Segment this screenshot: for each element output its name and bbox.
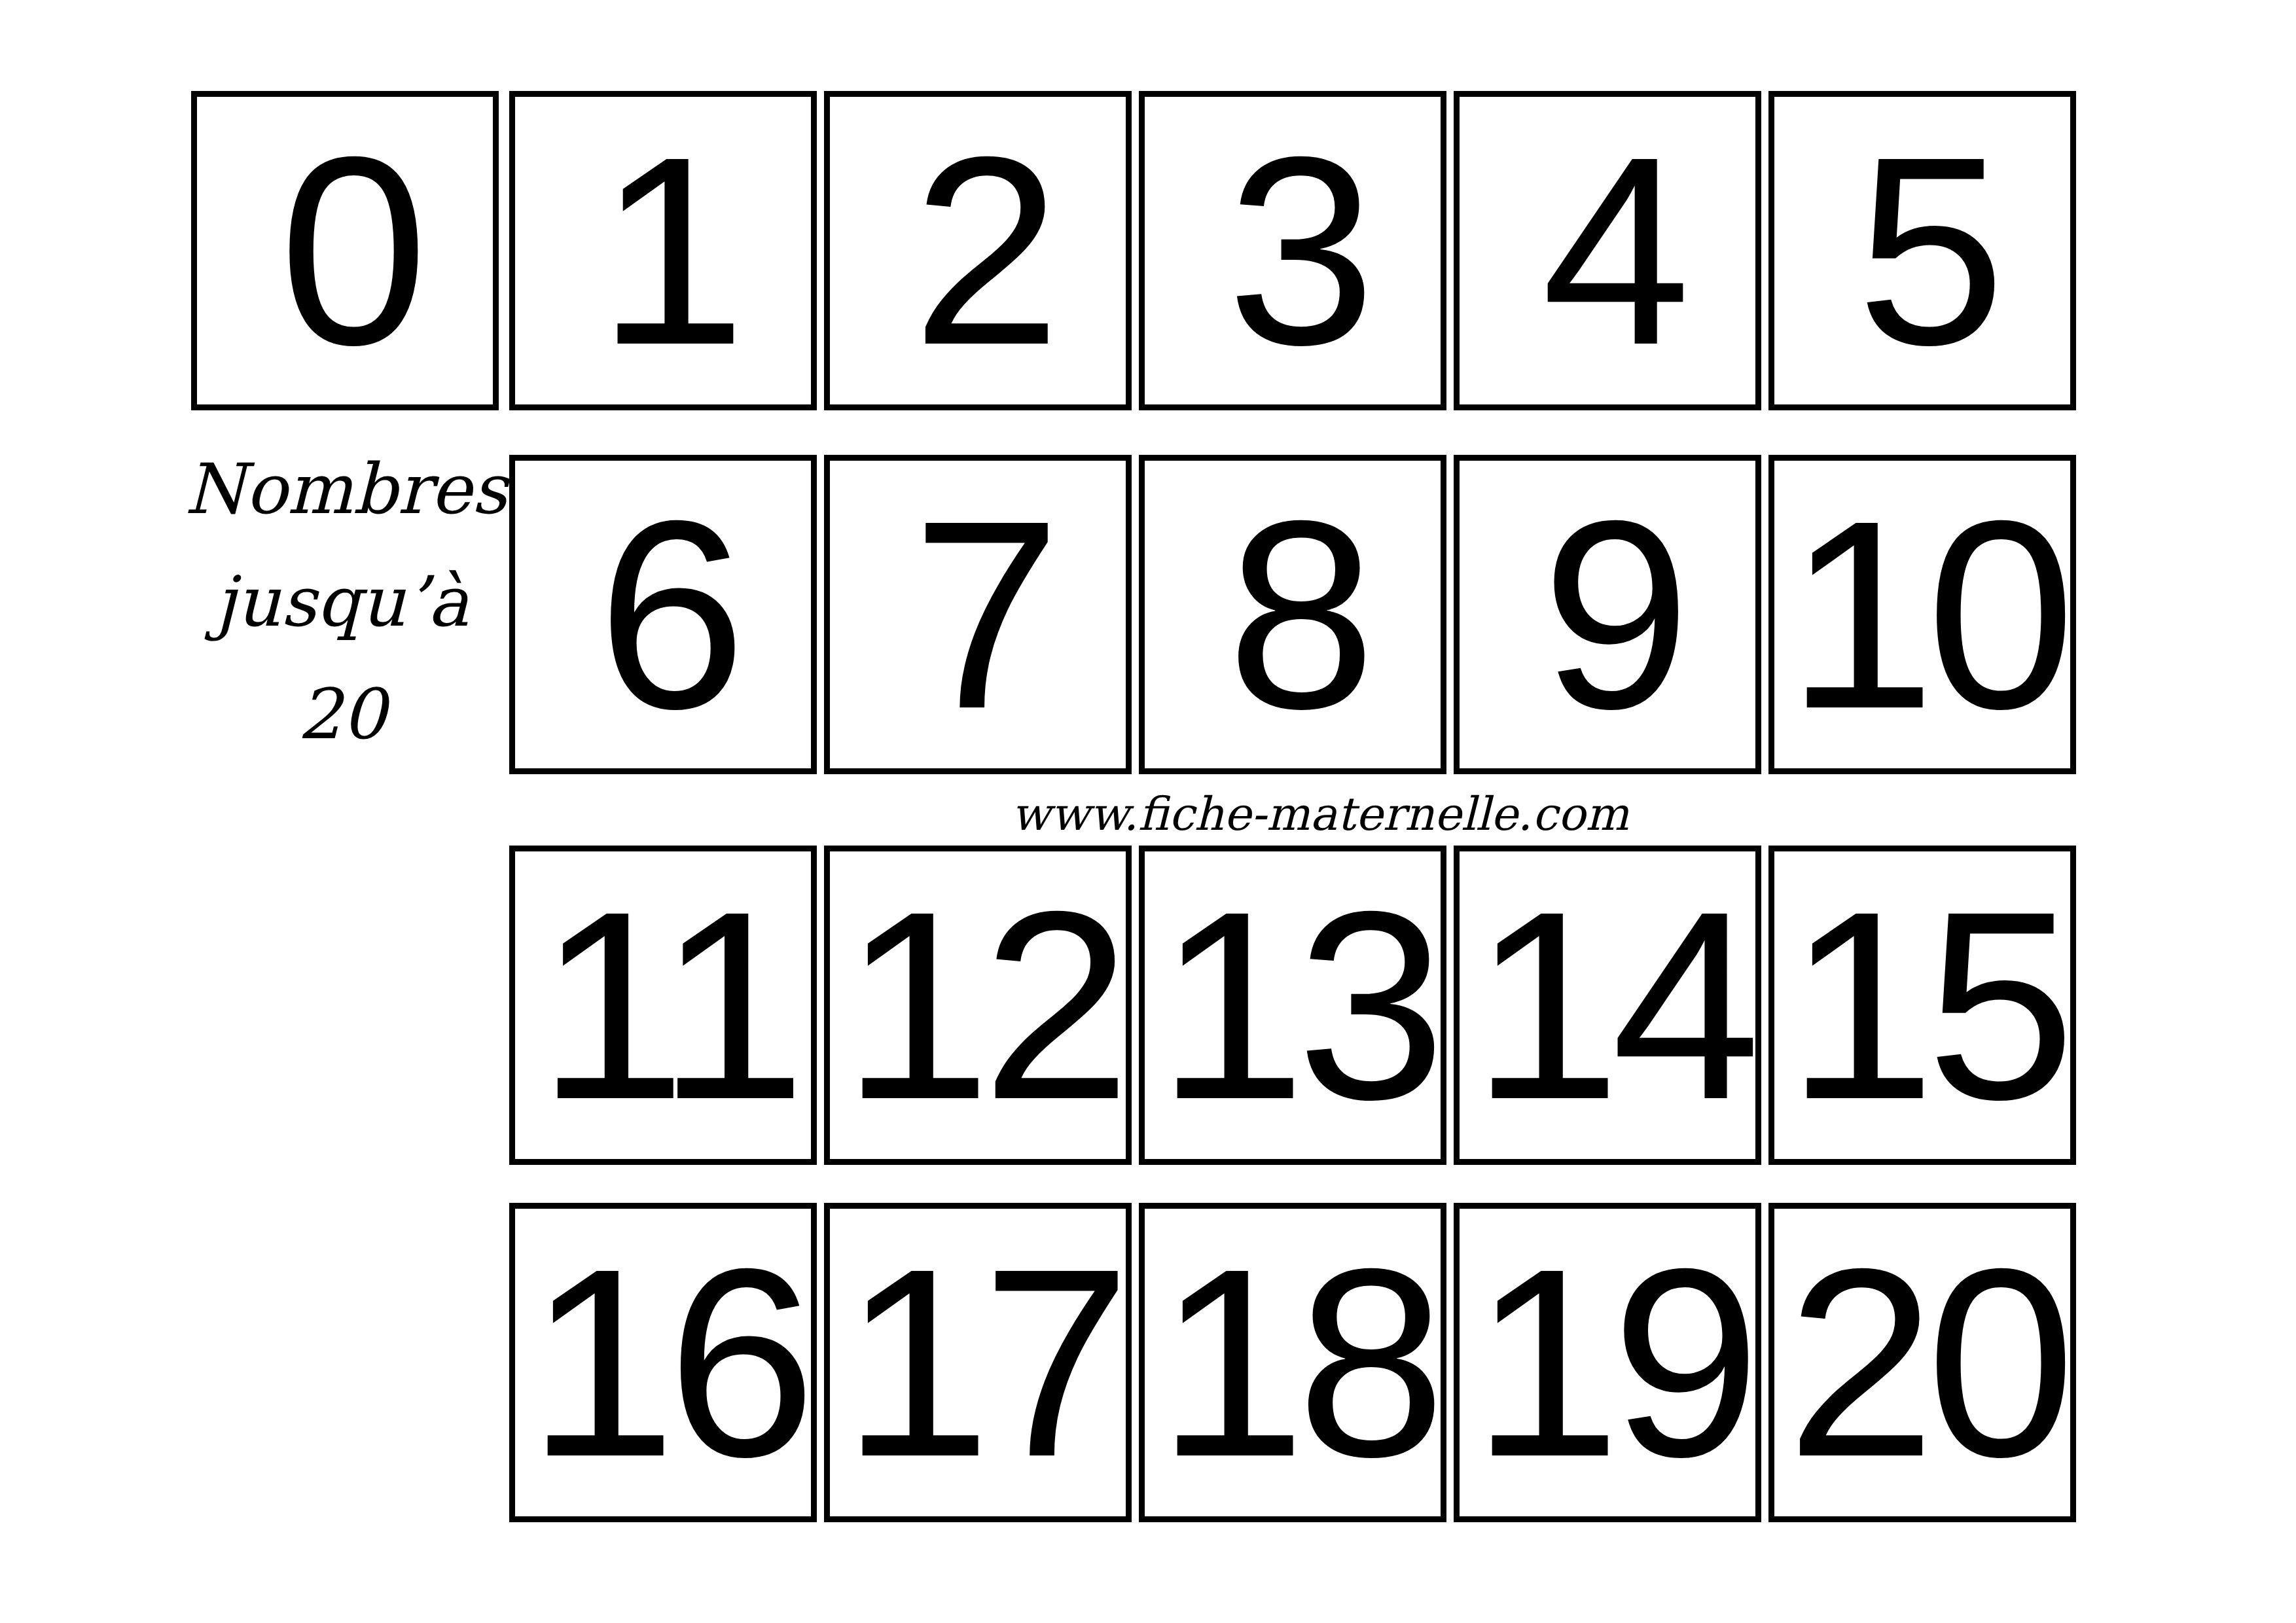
number-card-8: 8 <box>1139 455 1446 774</box>
number-card-20: 20 <box>1768 1203 2076 1522</box>
sheet-title-line-3: 20 <box>185 658 499 771</box>
card-number: 13 <box>1157 871 1436 1139</box>
sheet-title: Nombres jusqu’à 20 <box>185 433 499 771</box>
number-card-16: 16 <box>509 1203 817 1522</box>
number-card-9: 9 <box>1454 455 1761 774</box>
watermark-url: www.fiche-maternelle.com <box>1011 784 1535 844</box>
number-card-19: 19 <box>1454 1203 1761 1522</box>
number-card-1: 1 <box>509 91 817 410</box>
number-card-12: 12 <box>824 846 1132 1165</box>
sheet-title-line-1: Nombres <box>185 433 499 546</box>
number-card-0: 0 <box>191 91 499 410</box>
card-number: 9 <box>1541 480 1681 749</box>
card-number: 14 <box>1471 871 1751 1139</box>
number-card-13: 13 <box>1139 846 1446 1165</box>
number-card-18: 18 <box>1139 1203 1446 1522</box>
sheet-title-line-2: jusqu’à <box>185 546 499 658</box>
card-number: 11 <box>537 871 797 1139</box>
number-card-2: 2 <box>824 91 1132 410</box>
card-number: 17 <box>842 1228 1121 1497</box>
card-number: 8 <box>1227 480 1367 749</box>
card-number: 15 <box>1786 871 2066 1139</box>
number-card-10: 10 <box>1768 455 2076 774</box>
card-number: 0 <box>279 116 419 385</box>
card-number: 20 <box>1786 1228 2066 1497</box>
card-number: 19 <box>1471 1228 1751 1497</box>
card-number: 18 <box>1157 1228 1436 1497</box>
number-card-4: 4 <box>1454 91 1761 410</box>
card-number: 12 <box>842 871 1121 1139</box>
number-card-11: 11 <box>509 846 817 1165</box>
card-number: 1 <box>597 116 737 385</box>
flashcard-sheet: 0 1 2 3 4 5 Nombres jusqu’à 20 6 7 8 9 1… <box>0 0 2296 1623</box>
number-card-6: 6 <box>509 455 817 774</box>
card-number: 6 <box>597 480 737 749</box>
card-number: 4 <box>1541 116 1681 385</box>
card-number: 7 <box>912 480 1052 749</box>
card-number: 16 <box>527 1228 806 1497</box>
card-number: 3 <box>1227 116 1367 385</box>
card-number: 2 <box>912 116 1052 385</box>
number-card-5: 5 <box>1768 91 2076 410</box>
card-number: 5 <box>1856 116 1996 385</box>
number-card-7: 7 <box>824 455 1132 774</box>
card-number: 10 <box>1786 480 2066 749</box>
number-card-17: 17 <box>824 1203 1132 1522</box>
number-card-14: 14 <box>1454 846 1761 1165</box>
number-card-15: 15 <box>1768 846 2076 1165</box>
number-card-3: 3 <box>1139 91 1446 410</box>
